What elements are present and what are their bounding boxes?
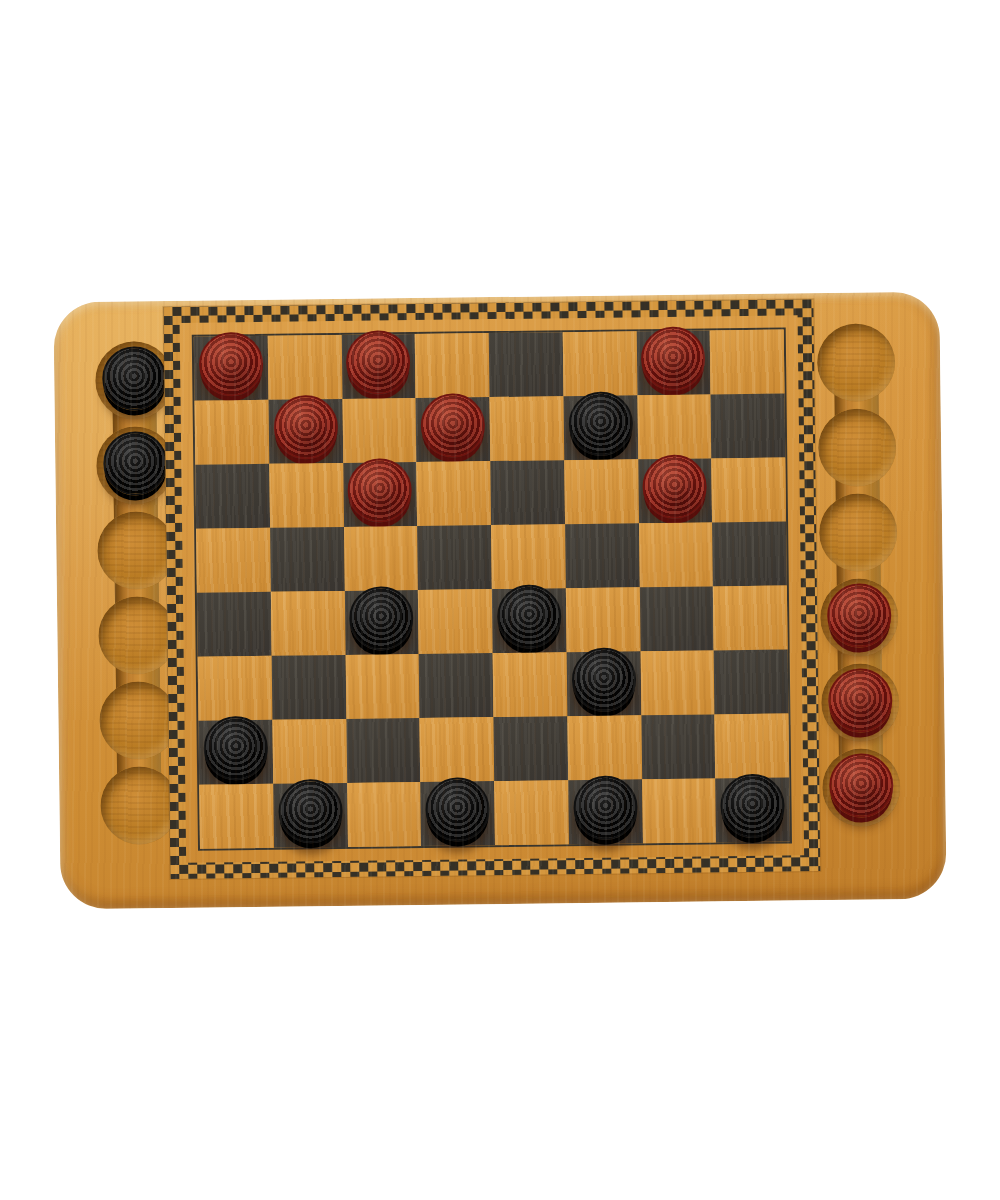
tray-pocket-1[interactable] — [817, 323, 896, 402]
square-r7c7-dark[interactable] — [641, 714, 716, 779]
black-checker[interactable] — [568, 391, 633, 456]
square-r8c5-light[interactable] — [494, 780, 569, 845]
square-r7c5-dark[interactable] — [493, 716, 568, 781]
square-r6c8-dark[interactable] — [714, 649, 789, 714]
square-r6c7-light[interactable] — [640, 650, 715, 715]
square-r3c4-light[interactable] — [417, 461, 492, 526]
red-checker[interactable] — [421, 393, 486, 458]
tray-pocket-4[interactable] — [820, 578, 899, 657]
red-checker[interactable] — [346, 330, 411, 395]
square-r3c3-dark[interactable] — [343, 462, 418, 527]
square-r7c8-light[interactable] — [715, 713, 790, 778]
square-r2c5-light[interactable] — [490, 396, 565, 461]
square-r5c7-dark[interactable] — [639, 586, 714, 651]
square-r6c2-dark[interactable] — [271, 655, 346, 720]
square-r2c3-light[interactable] — [342, 398, 417, 463]
square-r1c8-light[interactable] — [710, 330, 785, 395]
square-r4c5-light[interactable] — [491, 524, 566, 589]
square-r4c6-dark[interactable] — [565, 523, 640, 588]
square-r6c5-light[interactable] — [493, 652, 568, 717]
square-r5c2-light[interactable] — [271, 591, 346, 656]
square-r5c5-dark[interactable] — [492, 588, 567, 653]
square-r1c6-light[interactable] — [562, 331, 637, 396]
tray-pocket-5[interactable] — [821, 663, 900, 742]
black-checker[interactable] — [497, 584, 562, 649]
square-r8c4-dark[interactable] — [420, 781, 495, 846]
tray-pocket-2[interactable] — [818, 408, 897, 487]
tray-pocket-3[interactable] — [819, 493, 898, 572]
square-r2c1-light[interactable] — [195, 400, 270, 465]
square-r7c3-dark[interactable] — [346, 718, 421, 783]
square-r6c6-dark[interactable] — [566, 651, 641, 716]
black-checker[interactable] — [571, 647, 636, 712]
square-r3c7-dark[interactable] — [638, 458, 713, 523]
square-r5c4-light[interactable] — [418, 589, 493, 654]
black-checker[interactable] — [425, 777, 490, 842]
square-r1c4-light[interactable] — [415, 333, 490, 398]
square-r1c2-light[interactable] — [267, 335, 342, 400]
tray-pocket-2[interactable] — [96, 426, 175, 505]
black-checker[interactable] — [720, 774, 785, 839]
square-r7c1-dark[interactable] — [198, 720, 273, 785]
red-checker[interactable] — [643, 454, 708, 519]
square-r4c8-dark[interactable] — [712, 521, 787, 586]
square-r2c8-dark[interactable] — [711, 394, 786, 459]
square-r7c6-light[interactable] — [567, 715, 642, 780]
square-r8c2-dark[interactable] — [273, 783, 348, 848]
square-r8c7-light[interactable] — [642, 778, 717, 843]
black-checker[interactable] — [102, 346, 167, 411]
black-checker[interactable] — [349, 586, 414, 651]
square-r3c2-light[interactable] — [269, 463, 344, 528]
red-checker[interactable] — [829, 753, 894, 818]
tray-pocket-6[interactable] — [100, 766, 179, 845]
square-r2c2-dark[interactable] — [268, 399, 343, 464]
square-r5c8-light[interactable] — [713, 585, 788, 650]
black-checker[interactable] — [103, 431, 168, 496]
red-checker[interactable] — [641, 326, 706, 391]
red-checker[interactable] — [827, 583, 892, 648]
red-checker[interactable] — [273, 395, 338, 460]
square-r7c4-light[interactable] — [420, 717, 495, 782]
checkers-board — [53, 292, 946, 910]
square-r3c6-light[interactable] — [564, 459, 639, 524]
product-photo — [0, 0, 1000, 1200]
square-r5c6-light[interactable] — [566, 587, 641, 652]
red-checker[interactable] — [828, 668, 893, 733]
tray-pocket-1[interactable] — [95, 341, 174, 420]
square-r8c6-dark[interactable] — [568, 779, 643, 844]
red-checker[interactable] — [199, 332, 264, 397]
square-r4c3-light[interactable] — [344, 526, 419, 591]
square-r4c2-dark[interactable] — [270, 527, 345, 592]
square-r7c2-light[interactable] — [272, 719, 347, 784]
square-r8c3-light[interactable] — [347, 782, 422, 847]
tray-pocket-5[interactable] — [99, 681, 178, 760]
square-r6c4-dark[interactable] — [419, 653, 494, 718]
square-r2c7-light[interactable] — [637, 394, 712, 459]
square-r6c1-light[interactable] — [198, 656, 273, 721]
black-checker[interactable] — [203, 716, 268, 781]
square-r4c4-dark[interactable] — [417, 525, 492, 590]
tray-pocket-6[interactable] — [822, 748, 901, 827]
square-r2c6-dark[interactable] — [563, 395, 638, 460]
square-r5c1-dark[interactable] — [197, 592, 272, 657]
square-r1c7-dark[interactable] — [636, 330, 711, 395]
square-r3c5-dark[interactable] — [490, 460, 565, 525]
tray-pocket-3[interactable] — [97, 511, 176, 590]
square-r1c1-dark[interactable] — [194, 336, 269, 401]
square-r5c3-dark[interactable] — [344, 590, 419, 655]
square-r4c1-light[interactable] — [196, 528, 271, 593]
square-r8c1-light[interactable] — [199, 784, 274, 849]
black-checker[interactable] — [278, 779, 343, 844]
square-r3c8-light[interactable] — [712, 458, 787, 523]
square-r1c3-dark[interactable] — [341, 334, 416, 399]
square-r2c4-dark[interactable] — [416, 397, 491, 462]
red-checker[interactable] — [348, 458, 413, 523]
playing-grid — [194, 330, 790, 849]
square-r3c1-dark[interactable] — [195, 464, 270, 529]
tray-pocket-4[interactable] — [98, 596, 177, 675]
black-checker[interactable] — [573, 775, 638, 840]
square-r6c3-light[interactable] — [345, 654, 420, 719]
square-r8c8-dark[interactable] — [715, 777, 790, 842]
square-r4c7-light[interactable] — [639, 522, 714, 587]
square-r1c5-dark[interactable] — [489, 332, 564, 397]
